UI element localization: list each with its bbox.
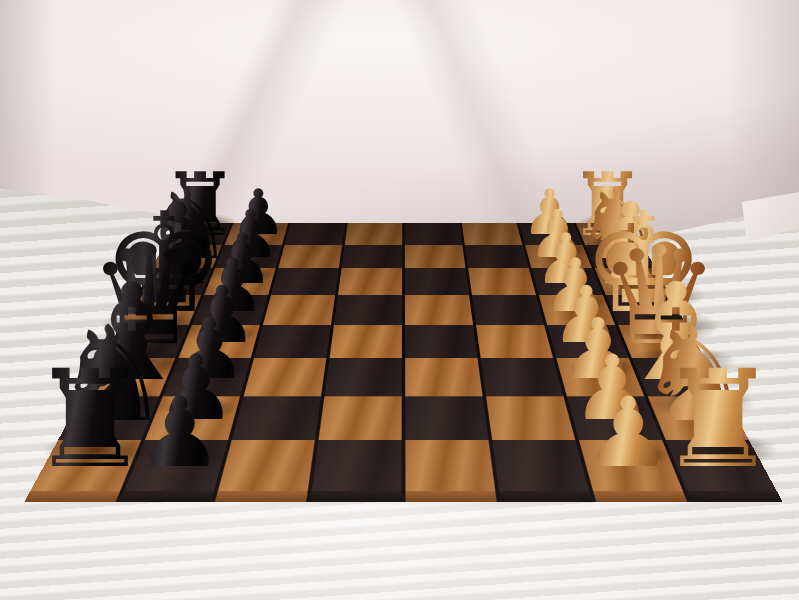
photo-scene: ♜♞♝♛♚♝♞♜♟♟♟♟♟♟♟♟♟♟♟♟♟♟♟♟♜♞♝♛♚♝♞♜ (0, 0, 799, 600)
piece-white-pawn-a2: ♟ (585, 385, 672, 482)
piece-white-rook-a1: ♜ (658, 353, 779, 488)
pieces-layer: ♜♞♝♛♚♝♞♜♟♟♟♟♟♟♟♟♟♟♟♟♟♟♟♟♜♞♝♛♚♝♞♜ (0, 0, 799, 600)
piece-black-rook-a8: ♜ (30, 353, 151, 488)
piece-black-pawn-a7: ♟ (136, 385, 223, 482)
